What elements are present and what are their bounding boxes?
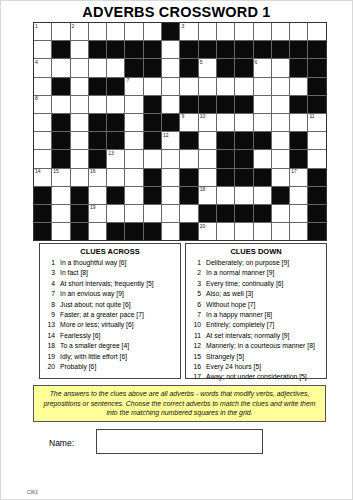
cell-r12c4[interactable]	[89, 223, 106, 240]
cell-r10c11[interactable]	[217, 187, 234, 204]
cell-r9c8[interactable]	[162, 169, 179, 186]
cell-r1c14[interactable]	[272, 23, 289, 40]
cell-r1c5[interactable]	[107, 23, 124, 40]
cell-r6c12[interactable]	[235, 114, 252, 131]
clue-number-6: 6	[255, 59, 258, 65]
cell-r3c6-black	[125, 59, 142, 76]
across-clue-3: 3In fact [8]	[40, 268, 180, 278]
cell-r10c14-black	[272, 187, 289, 204]
clue-number-20: 20	[200, 223, 206, 229]
down-clue-text: Entirely; completely [7]	[206, 320, 274, 330]
clues-across-box: CLUES ACROSS 1In a thoughtful way [6]3In…	[39, 243, 181, 379]
across-clue-number: 3	[40, 268, 55, 278]
down-clue-text: In a happy manner [8]	[206, 310, 272, 320]
cell-r11c9[interactable]	[180, 205, 197, 222]
clue-number-9: 9	[181, 113, 184, 119]
cell-r5c4[interactable]	[89, 96, 106, 113]
down-clue-text: At set intervals; normally [9]	[206, 331, 289, 341]
cell-r8c5[interactable]: 13	[107, 150, 124, 167]
cell-r7c4-black	[89, 132, 106, 149]
cell-r1c7[interactable]	[144, 23, 161, 40]
across-clue-18: 18To a smaller degree [4]	[40, 341, 180, 351]
cell-r6c1[interactable]	[34, 114, 51, 131]
clue-number-10: 10	[200, 113, 206, 119]
cell-r2c3[interactable]	[71, 41, 88, 58]
cell-r2c8[interactable]	[162, 41, 179, 58]
across-clue-9: 9Faster; at a greater pace [7]	[40, 310, 180, 320]
cell-r4c7[interactable]	[144, 78, 161, 95]
down-clue-text: Also; as well [3]	[206, 289, 253, 299]
cell-r3c12-black	[235, 59, 252, 76]
cell-r10c10[interactable]: 18	[199, 187, 216, 204]
cell-r3c5[interactable]	[107, 59, 124, 76]
cell-r1c11[interactable]	[217, 23, 234, 40]
cell-r11c14[interactable]	[272, 205, 289, 222]
cell-r2c14-black	[272, 41, 289, 58]
clue-number-16: 16	[90, 168, 96, 174]
clue-number-5: 5	[200, 59, 203, 65]
across-clue-number: 18	[40, 341, 55, 351]
cell-r10c5-black	[107, 187, 124, 204]
across-clue-list: 1In a thoughtful way [6]3In fact [8]4At …	[40, 258, 180, 372]
cell-r2c6-black	[125, 41, 142, 58]
cell-r2c11-black	[217, 41, 234, 58]
cell-r11c8[interactable]	[162, 205, 179, 222]
across-clue-text: Probably [6]	[60, 362, 96, 372]
cell-r10c6[interactable]	[125, 187, 142, 204]
cell-r1c13[interactable]	[254, 23, 271, 40]
cell-r6c8-black	[162, 114, 179, 131]
cell-r3c3[interactable]	[71, 59, 88, 76]
down-clue-17: 17Away; not under consideration [5]	[186, 372, 326, 382]
down-clue-3: 3Every time; continually [6]	[186, 279, 326, 289]
down-clue-number: 10	[186, 320, 201, 330]
down-clue-1: 1Deliberately; on purpose [9]	[186, 258, 326, 268]
cell-r12c9-black	[180, 223, 197, 240]
across-clue-number: 19	[40, 352, 55, 362]
cell-r11c5[interactable]	[107, 205, 124, 222]
cell-r6c10[interactable]: 10	[199, 114, 216, 131]
cell-r8c3[interactable]	[71, 150, 88, 167]
cell-r1c4[interactable]	[89, 23, 106, 40]
across-clue-text: Faster; at a greater pace [7]	[60, 310, 144, 320]
cell-r1c8-black	[162, 23, 179, 40]
cell-r8c2-black	[52, 150, 69, 167]
cell-r4c8[interactable]	[162, 78, 179, 95]
cell-r7c10[interactable]	[199, 132, 216, 149]
cell-r11c11-black	[217, 205, 234, 222]
cell-r5c6[interactable]	[125, 96, 142, 113]
cell-r9c11-black	[217, 169, 234, 186]
cell-r7c15-black	[290, 132, 307, 149]
cell-r5c15-black	[290, 96, 307, 113]
cell-r10c7-black	[144, 187, 161, 204]
down-clue-text: Without hope [7]	[206, 300, 256, 310]
cell-r2c10-black	[199, 41, 216, 58]
cell-r1c9[interactable]: 3	[180, 23, 197, 40]
cell-r1c6[interactable]	[125, 23, 142, 40]
cell-r3c7-black	[144, 59, 161, 76]
cell-r5c14[interactable]	[272, 96, 289, 113]
cell-r5c1[interactable]: 8	[34, 96, 51, 113]
clue-number-15: 15	[53, 168, 59, 174]
cell-r9c4[interactable]: 16	[89, 169, 106, 186]
down-clue-text: Every 24 hours [5]	[206, 362, 261, 372]
cell-r5c9-black	[180, 96, 197, 113]
cell-r11c1-black	[34, 205, 51, 222]
cell-r6c5-black	[107, 114, 124, 131]
down-clue-text: Mannerly; in a courteous manner [8]	[206, 341, 315, 351]
cell-r3c8[interactable]	[162, 59, 179, 76]
across-clue-number: 4	[40, 279, 55, 289]
cell-r7c1[interactable]	[34, 132, 51, 149]
cell-r5c11-black	[217, 96, 234, 113]
clue-number-2: 2	[72, 23, 75, 29]
across-clue-text: Idly; with little effort [6]	[60, 352, 127, 362]
cell-r12c11[interactable]	[217, 223, 234, 240]
clues-down-box: CLUES DOWN 1Deliberately; on purpose [9]…	[185, 243, 327, 379]
cell-r1c1[interactable]: 1	[34, 23, 51, 40]
cell-r9c2[interactable]: 15	[52, 169, 69, 186]
cell-r7c14[interactable]	[272, 132, 289, 149]
cell-r4c4-black	[89, 78, 106, 95]
instructions-note: The answers to the clues above are all a…	[33, 385, 326, 422]
cell-r11c6[interactable]	[125, 205, 142, 222]
cell-r9c14[interactable]	[272, 169, 289, 186]
cell-r1c12[interactable]	[235, 23, 252, 40]
clue-number-11: 11	[309, 113, 314, 119]
cell-r2c2-black	[52, 41, 69, 58]
cell-r9c1[interactable]: 14	[34, 169, 51, 186]
across-clue-20: 20Probably [6]	[40, 362, 180, 372]
cell-r6c14[interactable]	[272, 114, 289, 131]
cell-r7c5-black	[107, 132, 124, 149]
down-clue-number: 6	[186, 300, 201, 310]
cell-r7c11-black	[217, 132, 234, 149]
down-clue-number: 12	[186, 341, 201, 351]
across-clue-text: To a smaller degree [4]	[60, 341, 129, 351]
down-clue-number: 15	[186, 352, 201, 362]
cell-r1c10[interactable]	[199, 23, 216, 40]
across-clue-1: 1In a thoughtful way [6]	[40, 258, 180, 268]
cell-r1c16[interactable]	[308, 23, 325, 40]
cell-r8c13[interactable]	[254, 150, 271, 167]
cell-r4c3[interactable]	[71, 78, 88, 95]
cell-r6c6[interactable]	[125, 114, 142, 131]
cell-r5c7-black	[144, 96, 161, 113]
cell-r4c1[interactable]	[34, 78, 51, 95]
across-clue-number: 7	[40, 289, 55, 299]
cell-r8c7[interactable]	[144, 150, 161, 167]
worksheet-code: CW1	[27, 489, 38, 495]
cell-r12c15[interactable]	[290, 223, 307, 240]
clue-number-13: 13	[108, 150, 114, 156]
cell-r12c14[interactable]	[272, 223, 289, 240]
cell-r12c3-black	[71, 223, 88, 240]
across-clue-number: 20	[40, 362, 55, 372]
cell-r8c10[interactable]	[199, 150, 216, 167]
cell-r9c15[interactable]: 17	[290, 169, 307, 186]
cell-r3c1[interactable]: 4	[34, 59, 51, 76]
cell-r9c3[interactable]	[71, 169, 88, 186]
cell-r6c16[interactable]: 11	[308, 114, 325, 131]
clue-number-17: 17	[291, 168, 297, 174]
down-clue-text: Away; not under consideration [5]	[206, 372, 307, 382]
across-clue-text: More or less; virtually [6]	[60, 320, 134, 330]
cell-r8c11-black	[217, 150, 234, 167]
clue-number-3: 3	[181, 23, 184, 29]
cell-r4c2-black	[52, 78, 69, 95]
cell-r6c11[interactable]	[217, 114, 234, 131]
across-clue-text: In an envious way [9]	[60, 289, 124, 299]
clues-across-title: CLUES ACROSS	[40, 247, 180, 256]
cell-r12c1-black	[34, 223, 51, 240]
cell-r6c9[interactable]: 9	[180, 114, 197, 131]
cell-r6c13[interactable]	[254, 114, 271, 131]
cell-r10c4[interactable]	[89, 187, 106, 204]
down-clue-number: 16	[186, 362, 201, 372]
cell-r5c12-black	[235, 96, 252, 113]
cell-r12c12[interactable]	[235, 223, 252, 240]
cell-r12c7-black	[144, 223, 161, 240]
down-clue-text: In a normal manner [9]	[206, 268, 274, 278]
cell-r10c16-black	[308, 187, 325, 204]
crossword-grid: 1234567891011121314151617181920	[33, 22, 327, 241]
cell-r10c3-black	[71, 187, 88, 204]
cell-r3c11-black	[217, 59, 234, 76]
cell-r5c13[interactable]	[254, 96, 271, 113]
cell-r7c6[interactable]	[125, 132, 142, 149]
cell-r12c2[interactable]	[52, 223, 69, 240]
cell-r11c7[interactable]	[144, 205, 161, 222]
clue-number-1: 1	[35, 23, 38, 29]
cell-r9c12-black	[235, 169, 252, 186]
cell-r12c5-black	[107, 223, 124, 240]
cell-r4c11[interactable]	[217, 78, 234, 95]
cell-r8c6[interactable]	[125, 150, 142, 167]
down-clue-list: 1Deliberately; on purpose [9]2In a norma…	[186, 258, 326, 383]
cell-r1c3[interactable]: 2	[71, 23, 88, 40]
down-clue-10: 10Entirely; completely [7]	[186, 320, 326, 330]
cell-r9c9-black	[180, 169, 197, 186]
cell-r9c5[interactable]	[107, 169, 124, 186]
across-clue-text: In a thoughtful way [6]	[60, 258, 127, 268]
cell-r3c14[interactable]	[272, 59, 289, 76]
cell-r8c12-black	[235, 150, 252, 167]
cell-r7c2-black	[52, 132, 69, 149]
cell-r9c13-black	[254, 169, 271, 186]
down-clue-5: 5Also; as well [3]	[186, 289, 326, 299]
cell-r6c2-black	[52, 114, 69, 131]
down-clue-2: 2In a normal manner [9]	[186, 268, 326, 278]
cell-r5c2[interactable]	[52, 96, 69, 113]
cell-r8c1[interactable]	[34, 150, 51, 167]
cell-r3c16-black	[308, 59, 325, 76]
cell-r3c13[interactable]: 6	[254, 59, 271, 76]
cell-r10c9-black	[180, 187, 197, 204]
down-clue-number: 11	[186, 331, 201, 341]
cell-r5c5[interactable]	[107, 96, 124, 113]
cell-r9c7-black	[144, 169, 161, 186]
cell-r11c10-black	[199, 205, 216, 222]
cell-r3c10[interactable]: 5	[199, 59, 216, 76]
across-clue-14: 14Fearlessly [6]	[40, 331, 180, 341]
across-clue-text: At short intervals; frequently [5]	[60, 279, 154, 289]
cell-r10c12[interactable]	[235, 187, 252, 204]
down-clue-16: 16Every 24 hours [5]	[186, 362, 326, 372]
clue-number-4: 4	[35, 59, 38, 65]
cell-r8c8[interactable]	[162, 150, 179, 167]
cell-r11c13-black	[254, 205, 271, 222]
clue-number-14: 14	[35, 168, 41, 174]
cell-r9c16-black	[308, 169, 325, 186]
clue-number-18: 18	[200, 186, 206, 192]
cell-r6c7-black	[144, 114, 161, 131]
cell-r4c9[interactable]	[180, 78, 197, 95]
cell-r5c16-black	[308, 96, 325, 113]
across-clue-7: 7In an envious way [9]	[40, 289, 180, 299]
cell-r2c9-black	[180, 41, 197, 58]
cell-r4c5-black	[107, 78, 124, 95]
cell-r4c15[interactable]	[290, 78, 307, 95]
cell-r4c13[interactable]	[254, 78, 271, 95]
name-label: Name:	[49, 438, 74, 448]
clue-number-8: 8	[35, 95, 38, 101]
down-clue-6: 6Without hope [7]	[186, 300, 326, 310]
cell-r11c12-black	[235, 205, 252, 222]
cell-r11c4[interactable]: 19	[89, 205, 106, 222]
across-clue-13: 13More or less; virtually [6]	[40, 320, 180, 330]
cell-r7c16[interactable]	[308, 132, 325, 149]
cell-r10c8[interactable]	[162, 187, 179, 204]
cell-r12c6-black	[125, 223, 142, 240]
cell-r6c3[interactable]	[71, 114, 88, 131]
down-clue-text: Deliberately; on purpose [9]	[206, 258, 289, 268]
down-clue-7: 7In a happy manner [8]	[186, 310, 326, 320]
across-clue-number: 14	[40, 331, 55, 341]
cell-r12c8[interactable]	[162, 223, 179, 240]
cell-r10c15[interactable]	[290, 187, 307, 204]
cell-r3c15-black	[290, 59, 307, 76]
cell-r2c7-black	[144, 41, 161, 58]
cell-r2c13-black	[254, 41, 271, 58]
cell-r12c16-black	[308, 223, 325, 240]
cell-r3c2[interactable]	[52, 59, 69, 76]
cell-r3c4[interactable]	[89, 59, 106, 76]
cell-r2c15-black	[290, 41, 307, 58]
clue-number-7: 7	[126, 77, 129, 83]
cell-r11c16-black	[308, 205, 325, 222]
across-clue-8: 8Just about; not quite [6]	[40, 300, 180, 310]
cell-r7c9-black	[180, 132, 197, 149]
down-clue-number: 5	[186, 289, 201, 299]
cell-r2c5-black	[107, 41, 124, 58]
down-clue-15: 15Strangely [5]	[186, 352, 326, 362]
across-clue-text: Just about; not quite [6]	[60, 300, 131, 310]
cell-r9c6[interactable]	[125, 169, 142, 186]
cell-r7c7-black	[144, 132, 161, 149]
cell-r4c16-black	[308, 78, 325, 95]
across-clue-text: Fearlessly [6]	[60, 331, 100, 341]
down-clue-number: 17	[186, 372, 201, 382]
cell-r2c12-black	[235, 41, 252, 58]
cell-r7c13-black	[254, 132, 271, 149]
page-title: ADVERBS CROSSWORD 1	[1, 4, 352, 20]
across-clue-19: 19Idly; with little effort [6]	[40, 352, 180, 362]
cell-r7c8[interactable]: 12	[162, 132, 179, 149]
cell-r9c10[interactable]	[199, 169, 216, 186]
cell-r4c14[interactable]	[272, 78, 289, 95]
clue-number-12: 12	[163, 132, 169, 138]
cell-r8c14[interactable]	[272, 150, 289, 167]
cell-r2c16-black	[308, 41, 325, 58]
cell-r6c15[interactable]	[290, 114, 307, 131]
cell-r5c3[interactable]	[71, 96, 88, 113]
cell-r5c10-black	[199, 96, 216, 113]
down-clue-number: 2	[186, 268, 201, 278]
cell-r8c4-black	[89, 150, 106, 167]
cell-r4c10[interactable]	[199, 78, 216, 95]
cell-r8c16[interactable]	[308, 150, 325, 167]
cell-r11c3-black	[71, 205, 88, 222]
cell-r8c9[interactable]	[180, 150, 197, 167]
cell-r7c12-black	[235, 132, 252, 149]
cell-r10c13[interactable]	[254, 187, 271, 204]
down-clue-number: 3	[186, 279, 201, 289]
down-clue-12: 12Mannerly; in a courteous manner [8]	[186, 341, 326, 351]
across-clue-text: In fact [8]	[60, 268, 88, 278]
cell-r7c3[interactable]	[71, 132, 88, 149]
cell-r12c13[interactable]	[254, 223, 271, 240]
across-clue-4: 4At short intervals; frequently [5]	[40, 279, 180, 289]
cell-r11c15[interactable]	[290, 205, 307, 222]
across-clue-number: 9	[40, 310, 55, 320]
cell-r12c10[interactable]: 20	[199, 223, 216, 240]
cell-r4c6[interactable]: 7	[125, 78, 142, 95]
cell-r2c1[interactable]	[34, 41, 51, 58]
cell-r4c12[interactable]	[235, 78, 252, 95]
cell-r5c8[interactable]	[162, 96, 179, 113]
cell-r2c4-black	[89, 41, 106, 58]
down-clue-number: 1	[186, 258, 201, 268]
cell-r3c9-black	[180, 59, 197, 76]
cell-r11c2[interactable]	[52, 205, 69, 222]
cell-r6c4-black	[89, 114, 106, 131]
clues-down-title: CLUES DOWN	[186, 247, 326, 256]
down-clue-11: 11At set intervals; normally [9]	[186, 331, 326, 341]
down-clue-text: Strangely [5]	[206, 352, 244, 362]
cell-r10c1-black	[34, 187, 51, 204]
cell-r1c15[interactable]	[290, 23, 307, 40]
worksheet-page: ADVERBS CROSSWORD 1 12345678910111213141…	[0, 0, 353, 500]
cell-r10c2[interactable]	[52, 187, 69, 204]
across-clue-number: 1	[40, 258, 55, 268]
cell-r1c2[interactable]	[52, 23, 69, 40]
across-clue-number: 13	[40, 320, 55, 330]
across-clue-number: 8	[40, 300, 55, 310]
down-clue-text: Every time; continually [6]	[206, 279, 283, 289]
cell-r8c15-black	[290, 150, 307, 167]
down-clue-number: 7	[186, 310, 201, 320]
name-input-box[interactable]	[96, 429, 263, 454]
clue-number-19: 19	[90, 204, 96, 210]
